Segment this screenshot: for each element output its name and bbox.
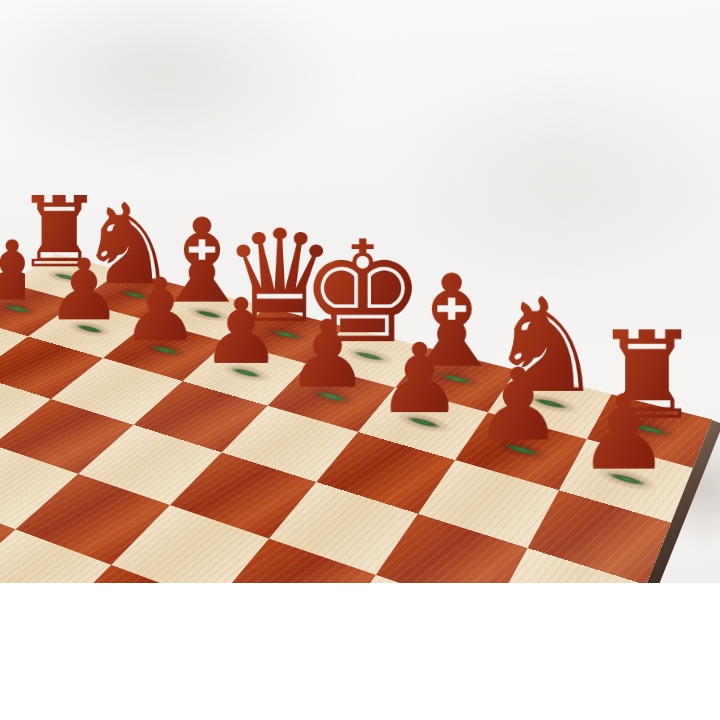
board-side-face xyxy=(0,0,720,583)
board-right-edge xyxy=(647,420,720,583)
product-image: ♜♞♝♛♚♝♞♜♟♟♟♟♟♟♟♟ xyxy=(0,0,720,720)
white-matte xyxy=(0,583,720,720)
photo-backdrop: ♜♞♝♛♚♝♞♜♟♟♟♟♟♟♟♟ xyxy=(0,0,720,583)
